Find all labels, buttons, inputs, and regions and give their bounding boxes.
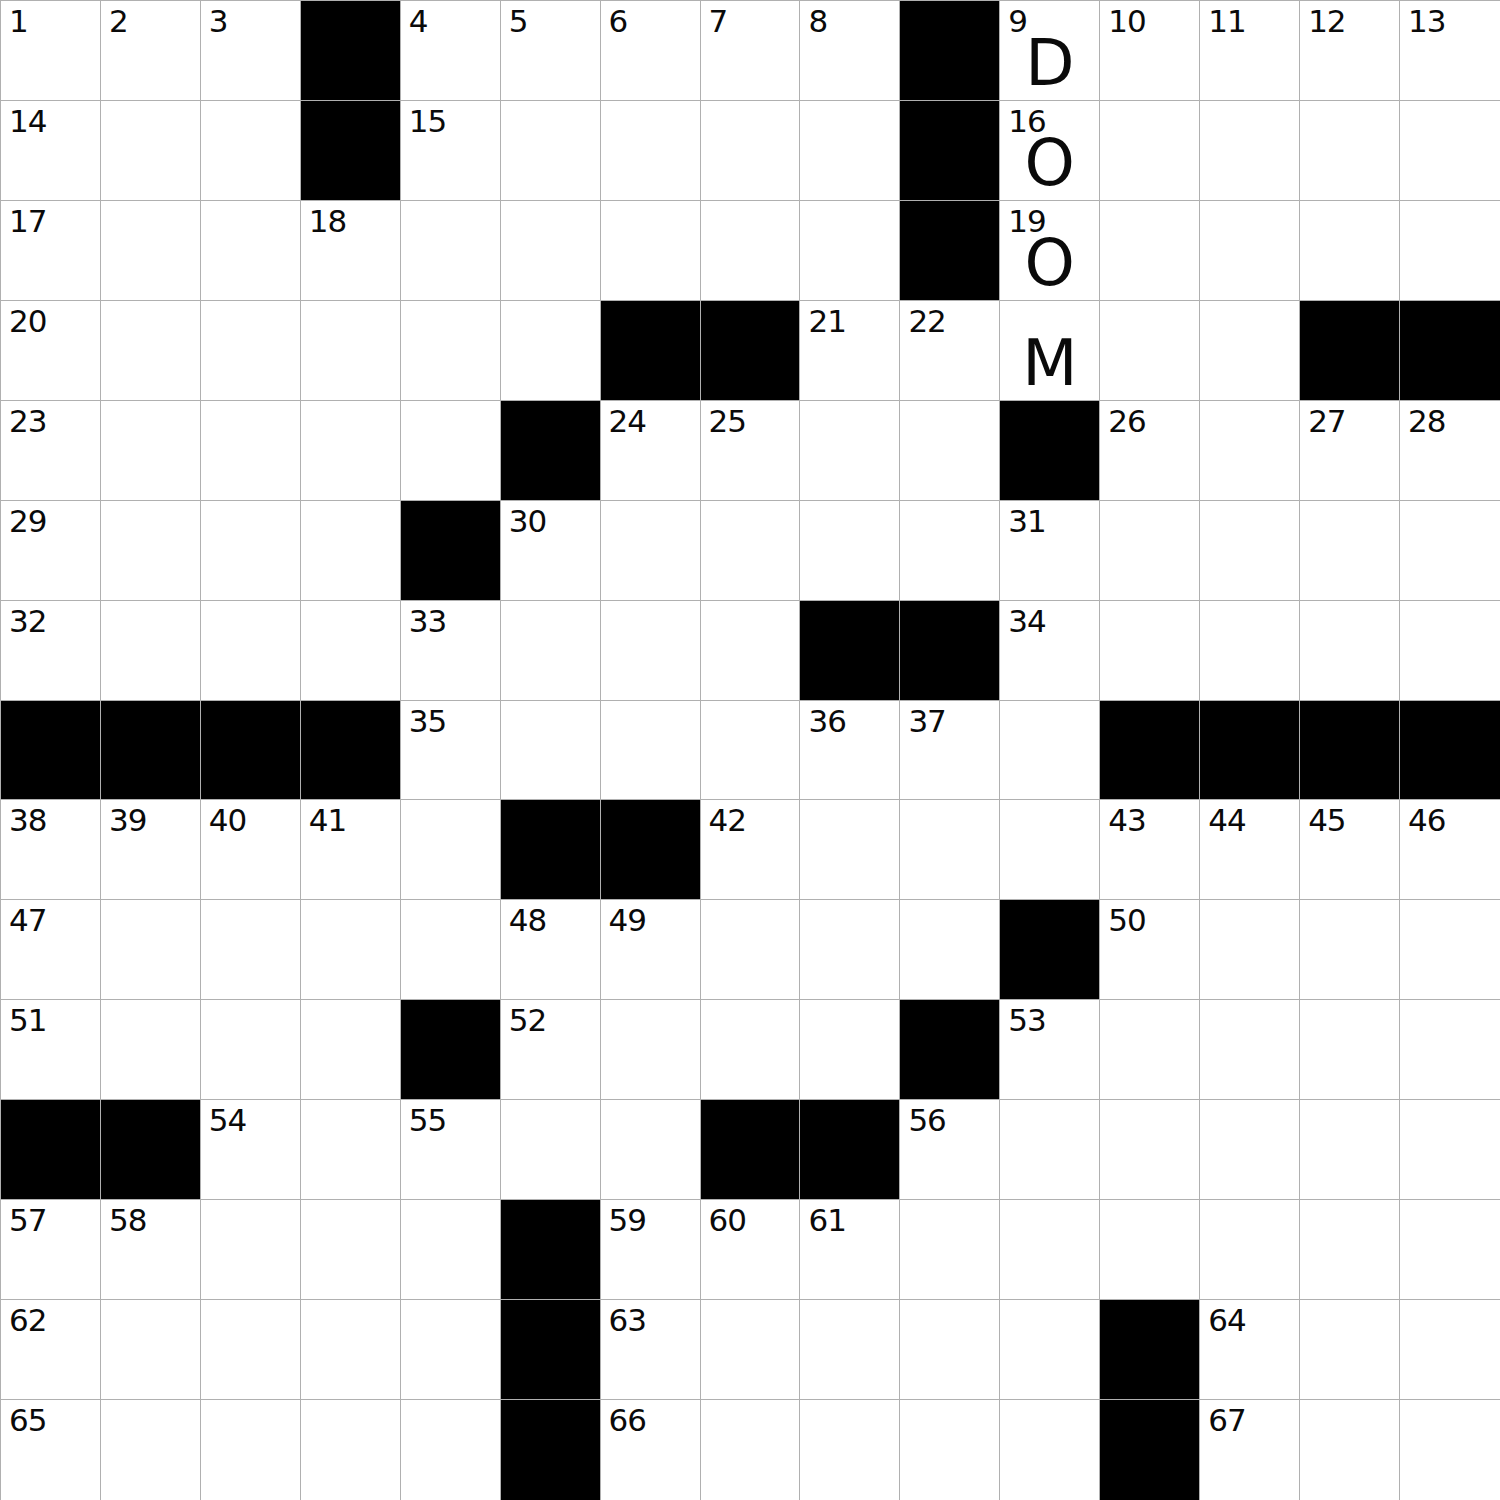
crossword-cell[interactable] bbox=[401, 301, 501, 401]
crossword-cell[interactable]: 65 bbox=[1, 1400, 101, 1500]
cell-letter: M bbox=[1000, 331, 1099, 395]
crossword-cell[interactable]: 1 bbox=[1, 1, 101, 101]
black-square bbox=[1400, 701, 1500, 801]
crossword-cell[interactable]: 53 bbox=[1000, 1000, 1100, 1100]
crossword-cell[interactable] bbox=[301, 301, 401, 401]
crossword-cell[interactable]: 51 bbox=[1, 1000, 101, 1100]
crossword-cell[interactable]: 18 bbox=[301, 201, 401, 301]
crossword-cell[interactable] bbox=[1300, 1400, 1400, 1500]
cell-letter: O bbox=[1000, 131, 1099, 195]
crossword-cell[interactable] bbox=[101, 601, 201, 701]
crossword-cell[interactable] bbox=[501, 301, 601, 401]
crossword-cell[interactable]: 43 bbox=[1100, 800, 1200, 900]
crossword-cell[interactable] bbox=[601, 601, 701, 701]
clue-number: 40 bbox=[209, 805, 246, 836]
clue-number: 26 bbox=[1108, 406, 1145, 437]
crossword-cell[interactable] bbox=[1200, 101, 1300, 201]
crossword-cell[interactable] bbox=[701, 900, 801, 1000]
clue-number: 48 bbox=[509, 905, 546, 936]
clue-number: 45 bbox=[1308, 805, 1345, 836]
crossword-cell[interactable] bbox=[201, 1300, 301, 1400]
crossword-cell[interactable]: 64 bbox=[1200, 1300, 1300, 1400]
crossword-cell[interactable]: 48 bbox=[501, 900, 601, 1000]
crossword-cell[interactable]: 31 bbox=[1000, 501, 1100, 601]
crossword-cell[interactable] bbox=[800, 900, 900, 1000]
black-square bbox=[501, 1300, 601, 1400]
crossword-cell[interactable]: 56 bbox=[900, 1100, 1000, 1200]
black-square bbox=[1300, 301, 1400, 401]
black-square bbox=[301, 1, 401, 101]
clue-number: 1 bbox=[9, 6, 28, 37]
black-square bbox=[401, 501, 501, 601]
crossword-cell[interactable]: 25 bbox=[701, 401, 801, 501]
black-square bbox=[301, 701, 401, 801]
crossword-cell[interactable] bbox=[1300, 601, 1400, 701]
black-square bbox=[501, 401, 601, 501]
crossword-cell[interactable] bbox=[601, 201, 701, 301]
crossword-cell[interactable] bbox=[1400, 101, 1500, 201]
crossword-cell[interactable] bbox=[900, 401, 1000, 501]
clue-number: 59 bbox=[609, 1205, 646, 1236]
clue-number: 10 bbox=[1108, 6, 1145, 37]
crossword-cell[interactable] bbox=[1200, 201, 1300, 301]
crossword-cell[interactable] bbox=[1100, 201, 1200, 301]
crossword-cell[interactable]: 21 bbox=[800, 301, 900, 401]
clue-number: 7 bbox=[709, 6, 728, 37]
crossword-cell[interactable]: 39 bbox=[101, 800, 201, 900]
clue-number: 61 bbox=[808, 1205, 845, 1236]
crossword-cell[interactable] bbox=[900, 1200, 1000, 1300]
crossword-cell[interactable] bbox=[1400, 201, 1500, 301]
clue-number: 2 bbox=[109, 6, 128, 37]
crossword-cell[interactable] bbox=[501, 101, 601, 201]
crossword-cell[interactable] bbox=[1000, 1100, 1100, 1200]
crossword-cell[interactable] bbox=[701, 1400, 801, 1500]
crossword-cell[interactable] bbox=[501, 1100, 601, 1200]
crossword-cell[interactable] bbox=[301, 401, 401, 501]
crossword-cell[interactable] bbox=[101, 501, 201, 601]
crossword-cell[interactable] bbox=[401, 900, 501, 1000]
crossword-cell[interactable] bbox=[301, 601, 401, 701]
crossword-cell[interactable] bbox=[1000, 1400, 1100, 1500]
black-square bbox=[601, 301, 701, 401]
crossword-cell[interactable] bbox=[201, 1000, 301, 1100]
crossword-cell[interactable] bbox=[101, 1000, 201, 1100]
crossword-cell[interactable]: 11 bbox=[1200, 1, 1300, 101]
black-square bbox=[900, 601, 1000, 701]
clue-number: 65 bbox=[9, 1405, 46, 1436]
clue-number: 33 bbox=[409, 606, 446, 637]
black-square bbox=[401, 1000, 501, 1100]
crossword-cell[interactable] bbox=[701, 1300, 801, 1400]
clue-number: 67 bbox=[1208, 1405, 1245, 1436]
black-square bbox=[301, 101, 401, 201]
black-square bbox=[701, 1100, 801, 1200]
crossword-cell[interactable]: 15 bbox=[401, 101, 501, 201]
crossword-cell[interactable] bbox=[800, 201, 900, 301]
clue-number: 14 bbox=[9, 106, 46, 137]
crossword-cell[interactable] bbox=[701, 501, 801, 601]
crossword-cell[interactable] bbox=[1400, 1400, 1500, 1500]
clue-number: 18 bbox=[309, 206, 346, 237]
black-square bbox=[201, 701, 301, 801]
crossword-cell[interactable]: 12 bbox=[1300, 1, 1400, 101]
crossword-cell[interactable]: 57 bbox=[1, 1200, 101, 1300]
clue-number: 30 bbox=[509, 506, 546, 537]
crossword-cell[interactable] bbox=[800, 501, 900, 601]
clue-number: 58 bbox=[109, 1205, 146, 1236]
crossword-cell[interactable] bbox=[701, 101, 801, 201]
crossword-cell[interactable] bbox=[301, 1200, 401, 1300]
clue-number: 57 bbox=[9, 1205, 46, 1236]
clue-number: 34 bbox=[1008, 606, 1045, 637]
clue-number: 4 bbox=[409, 6, 428, 37]
crossword-cell[interactable]: 28 bbox=[1400, 401, 1500, 501]
crossword-cell[interactable]: 49 bbox=[601, 900, 701, 1000]
black-square bbox=[1100, 701, 1200, 801]
clue-number: 37 bbox=[908, 706, 945, 737]
clue-number: 62 bbox=[9, 1305, 46, 1336]
crossword-cell[interactable]: 13 bbox=[1400, 1, 1500, 101]
clue-number: 36 bbox=[808, 706, 845, 737]
crossword-cell[interactable] bbox=[1100, 1000, 1200, 1100]
crossword-cell[interactable] bbox=[1400, 501, 1500, 601]
black-square bbox=[1100, 1400, 1200, 1500]
crossword-cell[interactable] bbox=[1100, 301, 1200, 401]
crossword-cell[interactable] bbox=[900, 501, 1000, 601]
crossword-cell[interactable] bbox=[201, 101, 301, 201]
crossword-cell[interactable] bbox=[501, 701, 601, 801]
crossword-cell[interactable]: 16O bbox=[1000, 101, 1100, 201]
crossword-cell[interactable] bbox=[1300, 101, 1400, 201]
crossword-cell[interactable] bbox=[1200, 501, 1300, 601]
crossword-cell[interactable] bbox=[501, 201, 601, 301]
crossword-grid: 123456789D10111213141516O171819O202122M2… bbox=[0, 0, 1500, 1500]
black-square bbox=[1300, 701, 1400, 801]
crossword-cell[interactable] bbox=[1200, 601, 1300, 701]
crossword-cell[interactable]: 59 bbox=[601, 1200, 701, 1300]
black-square bbox=[1400, 301, 1500, 401]
crossword-cell[interactable] bbox=[301, 900, 401, 1000]
crossword-cell[interactable] bbox=[1000, 1300, 1100, 1400]
crossword-cell[interactable]: 37 bbox=[900, 701, 1000, 801]
black-square bbox=[1000, 401, 1100, 501]
crossword-cell[interactable]: 41 bbox=[301, 800, 401, 900]
crossword-cell[interactable] bbox=[1000, 701, 1100, 801]
crossword-cell[interactable]: 27 bbox=[1300, 401, 1400, 501]
crossword-cell[interactable] bbox=[601, 1100, 701, 1200]
crossword-cell[interactable] bbox=[201, 201, 301, 301]
clue-number: 53 bbox=[1008, 1005, 1045, 1036]
crossword-cell[interactable]: 60 bbox=[701, 1200, 801, 1300]
crossword-cell[interactable] bbox=[1400, 1000, 1500, 1100]
crossword-cell[interactable]: 32 bbox=[1, 601, 101, 701]
crossword-cell[interactable]: 58 bbox=[101, 1200, 201, 1300]
black-square bbox=[900, 101, 1000, 201]
crossword-cell[interactable] bbox=[201, 601, 301, 701]
crossword-cell[interactable] bbox=[1200, 301, 1300, 401]
cell-letter: O bbox=[1000, 231, 1099, 295]
crossword-cell[interactable]: 40 bbox=[201, 800, 301, 900]
black-square bbox=[601, 800, 701, 900]
crossword-cell[interactable] bbox=[900, 900, 1000, 1000]
crossword-cell[interactable]: 8 bbox=[800, 1, 900, 101]
crossword-cell[interactable] bbox=[1400, 601, 1500, 701]
crossword-cell[interactable] bbox=[701, 601, 801, 701]
crossword-cell[interactable]: 55 bbox=[401, 1100, 501, 1200]
clue-number: 39 bbox=[109, 805, 146, 836]
clue-number: 32 bbox=[9, 606, 46, 637]
black-square bbox=[1, 701, 101, 801]
crossword-cell[interactable]: 29 bbox=[1, 501, 101, 601]
crossword-cell[interactable] bbox=[701, 201, 801, 301]
clue-number: 41 bbox=[309, 805, 346, 836]
clue-number: 63 bbox=[609, 1305, 646, 1336]
crossword-cell[interactable] bbox=[1300, 501, 1400, 601]
clue-number: 60 bbox=[709, 1205, 746, 1236]
crossword-cell[interactable] bbox=[601, 701, 701, 801]
clue-number: 15 bbox=[409, 106, 446, 137]
black-square bbox=[501, 1200, 601, 1300]
crossword-cell[interactable] bbox=[601, 501, 701, 601]
black-square bbox=[701, 301, 801, 401]
clue-number: 17 bbox=[9, 206, 46, 237]
clue-number: 44 bbox=[1208, 805, 1245, 836]
clue-number: 51 bbox=[9, 1005, 46, 1036]
crossword-cell[interactable]: 62 bbox=[1, 1300, 101, 1400]
crossword-cell[interactable] bbox=[900, 1300, 1000, 1400]
crossword-cell[interactable]: 14 bbox=[1, 101, 101, 201]
crossword-cell[interactable] bbox=[1100, 601, 1200, 701]
clue-number: 47 bbox=[9, 905, 46, 936]
clue-number: 66 bbox=[609, 1405, 646, 1436]
clue-number: 38 bbox=[9, 805, 46, 836]
crossword-cell[interactable]: 6 bbox=[601, 1, 701, 101]
crossword-cell[interactable] bbox=[1200, 1200, 1300, 1300]
clue-number: 3 bbox=[209, 6, 228, 37]
crossword-cell[interactable]: 47 bbox=[1, 900, 101, 1000]
crossword-cell[interactable]: 7 bbox=[701, 1, 801, 101]
crossword-cell[interactable]: 10 bbox=[1100, 1, 1200, 101]
crossword-cell[interactable] bbox=[1400, 1200, 1500, 1300]
crossword-cell[interactable] bbox=[101, 1300, 201, 1400]
crossword-cell[interactable]: 44 bbox=[1200, 800, 1300, 900]
clue-number: 21 bbox=[808, 306, 845, 337]
clue-number: 31 bbox=[1008, 506, 1045, 537]
crossword-cell[interactable]: 22 bbox=[900, 301, 1000, 401]
crossword-cell[interactable]: 30 bbox=[501, 501, 601, 601]
crossword-cell[interactable] bbox=[201, 301, 301, 401]
clue-number: 52 bbox=[509, 1005, 546, 1036]
crossword-cell[interactable] bbox=[301, 1100, 401, 1200]
crossword-cell[interactable] bbox=[800, 1000, 900, 1100]
crossword-cell[interactable] bbox=[301, 501, 401, 601]
clue-number: 29 bbox=[9, 506, 46, 537]
clue-number: 28 bbox=[1408, 406, 1445, 437]
crossword-cell[interactable] bbox=[800, 101, 900, 201]
crossword-cell[interactable] bbox=[1300, 1100, 1400, 1200]
crossword-cell[interactable] bbox=[101, 101, 201, 201]
black-square bbox=[800, 601, 900, 701]
crossword-cell[interactable] bbox=[900, 800, 1000, 900]
crossword-cell[interactable]: 61 bbox=[800, 1200, 900, 1300]
crossword-cell[interactable] bbox=[1100, 1100, 1200, 1200]
crossword-cell[interactable] bbox=[401, 201, 501, 301]
black-square bbox=[1000, 900, 1100, 1000]
crossword-cell[interactable]: 35 bbox=[401, 701, 501, 801]
crossword-cell[interactable] bbox=[301, 1300, 401, 1400]
crossword-cell[interactable]: 52 bbox=[501, 1000, 601, 1100]
crossword-cell[interactable]: 3 bbox=[201, 1, 301, 101]
crossword-board: 123456789D10111213141516O171819O202122M2… bbox=[0, 0, 1500, 1500]
crossword-cell[interactable] bbox=[401, 1300, 501, 1400]
crossword-cell[interactable]: 4 bbox=[401, 1, 501, 101]
black-square bbox=[900, 1000, 1000, 1100]
crossword-cell[interactable]: 2 bbox=[101, 1, 201, 101]
crossword-cell[interactable]: 19O bbox=[1000, 201, 1100, 301]
crossword-cell[interactable] bbox=[201, 1400, 301, 1500]
crossword-cell[interactable] bbox=[101, 201, 201, 301]
black-square bbox=[501, 1400, 601, 1500]
crossword-cell[interactable]: 20 bbox=[1, 301, 101, 401]
crossword-cell[interactable]: 36 bbox=[800, 701, 900, 801]
crossword-cell[interactable]: 23 bbox=[1, 401, 101, 501]
clue-number: 20 bbox=[9, 306, 46, 337]
crossword-cell[interactable] bbox=[301, 1400, 401, 1500]
crossword-cell[interactable]: 38 bbox=[1, 800, 101, 900]
crossword-cell[interactable]: 34 bbox=[1000, 601, 1100, 701]
black-square bbox=[1, 1100, 101, 1200]
crossword-cell[interactable] bbox=[201, 1200, 301, 1300]
crossword-cell[interactable]: 9D bbox=[1000, 1, 1100, 101]
clue-number: 6 bbox=[609, 6, 628, 37]
crossword-cell[interactable] bbox=[401, 401, 501, 501]
crossword-cell[interactable] bbox=[701, 701, 801, 801]
crossword-cell[interactable] bbox=[1200, 401, 1300, 501]
clue-number: 64 bbox=[1208, 1305, 1245, 1336]
clue-number: 49 bbox=[609, 905, 646, 936]
clue-number: 42 bbox=[709, 805, 746, 836]
clue-number: 54 bbox=[209, 1105, 246, 1136]
clue-number: 27 bbox=[1308, 406, 1345, 437]
black-square bbox=[900, 1, 1000, 101]
clue-number: 5 bbox=[509, 6, 528, 37]
crossword-cell[interactable] bbox=[800, 401, 900, 501]
crossword-cell[interactable] bbox=[1300, 900, 1400, 1000]
crossword-cell[interactable]: 24 bbox=[601, 401, 701, 501]
crossword-cell[interactable]: 67 bbox=[1200, 1400, 1300, 1500]
crossword-cell[interactable] bbox=[1200, 1100, 1300, 1200]
crossword-cell[interactable] bbox=[800, 1400, 900, 1500]
crossword-cell[interactable] bbox=[900, 1400, 1000, 1500]
clue-number: 46 bbox=[1408, 805, 1445, 836]
clue-number: 56 bbox=[908, 1105, 945, 1136]
clue-number: 50 bbox=[1108, 905, 1145, 936]
crossword-cell[interactable]: 54 bbox=[201, 1100, 301, 1200]
crossword-cell[interactable] bbox=[800, 1300, 900, 1400]
clue-number: 23 bbox=[9, 406, 46, 437]
crossword-cell[interactable] bbox=[1200, 1000, 1300, 1100]
crossword-cell[interactable] bbox=[1300, 1000, 1400, 1100]
crossword-cell[interactable] bbox=[1100, 101, 1200, 201]
crossword-cell[interactable] bbox=[800, 800, 900, 900]
crossword-cell[interactable]: 50 bbox=[1100, 900, 1200, 1000]
crossword-cell[interactable]: 33 bbox=[401, 601, 501, 701]
crossword-cell[interactable] bbox=[301, 1000, 401, 1100]
crossword-cell[interactable] bbox=[101, 1400, 201, 1500]
crossword-cell[interactable] bbox=[201, 501, 301, 601]
crossword-cell[interactable] bbox=[701, 1000, 801, 1100]
clue-number: 55 bbox=[409, 1105, 446, 1136]
crossword-cell[interactable] bbox=[1000, 800, 1100, 900]
black-square bbox=[900, 201, 1000, 301]
clue-number: 8 bbox=[808, 6, 827, 37]
crossword-cell[interactable]: 17 bbox=[1, 201, 101, 301]
crossword-cell[interactable] bbox=[101, 401, 201, 501]
clue-number: 43 bbox=[1108, 805, 1145, 836]
crossword-cell[interactable] bbox=[401, 800, 501, 900]
crossword-cell[interactable] bbox=[101, 301, 201, 401]
crossword-cell[interactable]: 46 bbox=[1400, 800, 1500, 900]
crossword-cell[interactable] bbox=[101, 900, 201, 1000]
crossword-cell[interactable] bbox=[401, 1200, 501, 1300]
crossword-cell[interactable] bbox=[1000, 1200, 1100, 1300]
crossword-cell[interactable] bbox=[1100, 501, 1200, 601]
crossword-cell[interactable] bbox=[1300, 1200, 1400, 1300]
clue-number: 35 bbox=[409, 706, 446, 737]
clue-number: 25 bbox=[709, 406, 746, 437]
clue-number: 11 bbox=[1208, 6, 1245, 37]
black-square bbox=[101, 1100, 201, 1200]
crossword-cell[interactable] bbox=[1300, 1300, 1400, 1400]
crossword-cell[interactable] bbox=[1400, 1100, 1500, 1200]
crossword-cell[interactable] bbox=[601, 101, 701, 201]
crossword-cell[interactable] bbox=[1100, 1200, 1200, 1300]
crossword-cell[interactable] bbox=[601, 1000, 701, 1100]
crossword-cell[interactable] bbox=[201, 900, 301, 1000]
crossword-cell[interactable]: 5 bbox=[501, 1, 601, 101]
crossword-cell[interactable] bbox=[1400, 900, 1500, 1000]
black-square bbox=[501, 800, 601, 900]
black-square bbox=[1200, 701, 1300, 801]
crossword-cell[interactable]: 45 bbox=[1300, 800, 1400, 900]
crossword-cell[interactable] bbox=[1400, 1300, 1500, 1400]
crossword-cell[interactable]: 26 bbox=[1100, 401, 1200, 501]
clue-number: 22 bbox=[908, 306, 945, 337]
crossword-cell[interactable] bbox=[401, 1400, 501, 1500]
cell-letter: D bbox=[1000, 31, 1099, 95]
crossword-cell[interactable] bbox=[501, 601, 601, 701]
clue-number: 12 bbox=[1308, 6, 1345, 37]
crossword-cell[interactable]: 63 bbox=[601, 1300, 701, 1400]
crossword-cell[interactable]: 66 bbox=[601, 1400, 701, 1500]
crossword-cell[interactable]: 42 bbox=[701, 800, 801, 900]
crossword-cell[interactable] bbox=[1300, 201, 1400, 301]
clue-number: 13 bbox=[1408, 6, 1445, 37]
black-square bbox=[800, 1100, 900, 1200]
black-square bbox=[101, 701, 201, 801]
crossword-cell[interactable] bbox=[1200, 900, 1300, 1000]
clue-number: 24 bbox=[609, 406, 646, 437]
crossword-cell[interactable] bbox=[201, 401, 301, 501]
black-square bbox=[1100, 1300, 1200, 1400]
crossword-cell[interactable]: M bbox=[1000, 301, 1100, 401]
